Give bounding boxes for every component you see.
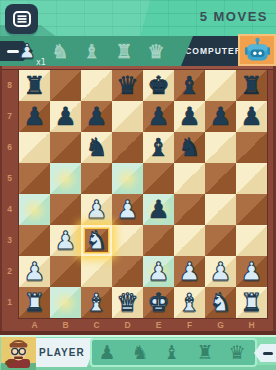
player-avatar xyxy=(1,337,36,370)
square-h1[interactable]: ♜ xyxy=(236,287,267,318)
square-e6[interactable]: ♝ xyxy=(143,132,174,163)
square-b5[interactable] xyxy=(50,163,81,194)
square-d7[interactable] xyxy=(112,101,143,132)
square-e4[interactable]: ♟ xyxy=(143,194,174,225)
piece-white-bishop: ♝ xyxy=(85,287,107,318)
placeholder-pawn: ♟ xyxy=(95,340,119,365)
piece-white-pawn: ♟ xyxy=(209,256,231,287)
square-b3[interactable]: ♟ xyxy=(50,225,81,256)
app-screen: 5 MOVES ♟x1♞♝♜♛ COMPUTER xyxy=(0,0,276,370)
square-f2[interactable]: ♟ xyxy=(174,256,205,287)
square-f1[interactable]: ♝ xyxy=(174,287,205,318)
square-f8[interactable]: ♝ xyxy=(174,70,205,101)
square-f7[interactable]: ♟ xyxy=(174,101,205,132)
menu-button[interactable] xyxy=(5,4,38,34)
computer-avatar xyxy=(238,34,276,66)
square-h7[interactable]: ♟ xyxy=(236,101,267,132)
piece-black-pawn: ♟ xyxy=(23,101,45,132)
square-h6[interactable] xyxy=(236,132,267,163)
piece-black-pawn: ♟ xyxy=(147,101,169,132)
piece-black-pawn: ♟ xyxy=(85,101,107,132)
computer-panel: ♟x1♞♝♜♛ COMPUTER xyxy=(0,36,276,66)
placeholder-queen: ♛ xyxy=(225,340,249,365)
piece-black-queen: ♛ xyxy=(116,70,138,101)
minus-icon xyxy=(263,352,273,355)
rank-label-6: 6 xyxy=(0,132,19,163)
square-b6[interactable] xyxy=(50,132,81,163)
square-a6[interactable] xyxy=(19,132,50,163)
square-g5[interactable] xyxy=(205,163,236,194)
collapse-player-tray-button[interactable] xyxy=(254,344,276,362)
square-h8[interactable]: ♜ xyxy=(236,70,267,101)
player-panel: PLAYER ♟♞♝♜♛ xyxy=(0,335,276,370)
square-h5[interactable] xyxy=(236,163,267,194)
piece-black-knight: ♞ xyxy=(178,132,200,163)
piece-white-knight: ♞ xyxy=(85,225,107,256)
square-d8[interactable]: ♛ xyxy=(112,70,143,101)
square-c5[interactable] xyxy=(81,163,112,194)
square-c7[interactable]: ♟ xyxy=(81,101,112,132)
piece-white-pawn: ♟ xyxy=(85,194,107,225)
square-c1[interactable]: ♝ xyxy=(81,287,112,318)
rank-label-8: 8 xyxy=(0,70,19,101)
piece-black-rook: ♜ xyxy=(240,70,262,101)
piece-black-pawn: ♟ xyxy=(178,101,200,132)
square-e2[interactable]: ♟ xyxy=(143,256,174,287)
placeholder-knight: ♞ xyxy=(128,340,152,365)
square-d4[interactable]: ♟ xyxy=(112,194,143,225)
piece-white-queen: ♛ xyxy=(116,287,138,318)
placeholder-knight: ♞ xyxy=(48,36,72,66)
square-b1[interactable] xyxy=(50,287,81,318)
square-a7[interactable]: ♟ xyxy=(19,101,50,132)
square-c8[interactable] xyxy=(81,70,112,101)
piece-white-king: ♚ xyxy=(147,287,169,318)
moves-counter: 5 MOVES xyxy=(200,9,268,24)
rank-label-1: 1 xyxy=(0,287,19,318)
square-b2[interactable] xyxy=(50,256,81,287)
piece-white-rook: ♜ xyxy=(23,287,45,318)
piece-black-king: ♚ xyxy=(147,70,169,101)
square-g7[interactable]: ♟ xyxy=(205,101,236,132)
square-a1[interactable]: ♜ xyxy=(19,287,50,318)
square-a8[interactable]: ♜ xyxy=(19,70,50,101)
player-captured-tray: ♟♞♝♜♛ xyxy=(90,338,257,367)
piece-black-pawn: ♟ xyxy=(54,101,76,132)
square-b4[interactable] xyxy=(50,194,81,225)
square-a4[interactable] xyxy=(19,194,50,225)
rank-label-7: 7 xyxy=(0,101,19,132)
square-c4[interactable]: ♟ xyxy=(81,194,112,225)
piece-white-pawn: ♟ xyxy=(54,225,76,256)
rank-labels: 87654321 xyxy=(0,70,19,318)
placeholder-rook: ♜ xyxy=(193,340,217,365)
piece-black-knight: ♞ xyxy=(85,132,107,163)
piece-white-rook: ♜ xyxy=(240,287,262,318)
square-f5[interactable] xyxy=(174,163,205,194)
piece-white-pawn: ♟ xyxy=(240,256,262,287)
piece-white-pawn: ♟ xyxy=(178,256,200,287)
square-h2[interactable]: ♟ xyxy=(236,256,267,287)
placeholder-bishop: ♝ xyxy=(80,36,104,66)
square-e8[interactable]: ♚ xyxy=(143,70,174,101)
square-c3[interactable]: ♞ xyxy=(81,225,112,256)
square-d1[interactable]: ♛ xyxy=(112,287,143,318)
square-b8[interactable] xyxy=(50,70,81,101)
rank-label-5: 5 xyxy=(0,163,19,194)
player-name: PLAYER xyxy=(36,347,85,358)
placeholder-queen: ♛ xyxy=(144,36,168,66)
hamburger-menu-icon xyxy=(13,11,31,27)
square-g6[interactable] xyxy=(205,132,236,163)
square-f3[interactable] xyxy=(174,225,205,256)
rank-label-2: 2 xyxy=(0,256,19,287)
piece-black-pawn: ♟ xyxy=(240,101,262,132)
square-a5[interactable] xyxy=(19,163,50,194)
piece-black-rook: ♜ xyxy=(23,70,45,101)
player-name-banner: PLAYER xyxy=(36,338,98,367)
square-h3[interactable] xyxy=(236,225,267,256)
square-g2[interactable]: ♟ xyxy=(205,256,236,287)
placeholder-bishop: ♝ xyxy=(160,340,184,365)
board-edge-right xyxy=(273,66,276,335)
square-g8[interactable] xyxy=(205,70,236,101)
square-e1[interactable]: ♚ xyxy=(143,287,174,318)
square-e5[interactable] xyxy=(143,163,174,194)
piece-black-pawn: ♟ xyxy=(209,101,231,132)
square-f6[interactable]: ♞ xyxy=(174,132,205,163)
chess-board: ♜♛♚♝♜♟♟♟♟♟♟♟♞♝♞♟♟♟♟♞♟♟♟♟♟♜♝♛♚♝♞♜ xyxy=(19,70,267,318)
square-d2[interactable] xyxy=(112,256,143,287)
placeholder-rook: ♜ xyxy=(112,36,136,66)
square-c6[interactable]: ♞ xyxy=(81,132,112,163)
square-a2[interactable]: ♟ xyxy=(19,256,50,287)
chess-board-frame: 87654321 ♜♛♚♝♜♟♟♟♟♟♟♟♞♝♞♟♟♟♟♞♟♟♟♟♟♜♝♛♚♝♞… xyxy=(0,66,276,335)
square-a3[interactable] xyxy=(19,225,50,256)
square-g1[interactable]: ♞ xyxy=(205,287,236,318)
piece-white-pawn: ♟ xyxy=(147,256,169,287)
square-b7[interactable]: ♟ xyxy=(50,101,81,132)
robot-icon xyxy=(244,37,271,64)
square-e3[interactable] xyxy=(143,225,174,256)
piece-white-bishop: ♝ xyxy=(178,287,200,318)
rank-label-3: 3 xyxy=(0,225,19,256)
computer-name-banner: COMPUTER xyxy=(181,36,238,66)
square-d3[interactable] xyxy=(112,225,143,256)
square-f4[interactable] xyxy=(174,194,205,225)
piece-black-bishop: ♝ xyxy=(147,132,169,163)
square-g4[interactable] xyxy=(205,194,236,225)
square-h4[interactable] xyxy=(236,194,267,225)
square-d5[interactable] xyxy=(112,163,143,194)
rank-label-4: 4 xyxy=(0,194,19,225)
human-avatar-icon xyxy=(1,337,36,370)
square-g3[interactable] xyxy=(205,225,236,256)
square-c2[interactable] xyxy=(81,256,112,287)
piece-black-pawn: ♟ xyxy=(147,194,169,225)
computer-name: COMPUTER xyxy=(177,46,242,56)
square-e7[interactable]: ♟ xyxy=(143,101,174,132)
piece-white-pawn: ♟ xyxy=(23,256,45,287)
square-d6[interactable] xyxy=(112,132,143,163)
piece-black-bishop: ♝ xyxy=(178,70,200,101)
piece-white-knight: ♞ xyxy=(209,287,231,318)
piece-white-pawn: ♟ xyxy=(116,194,138,225)
